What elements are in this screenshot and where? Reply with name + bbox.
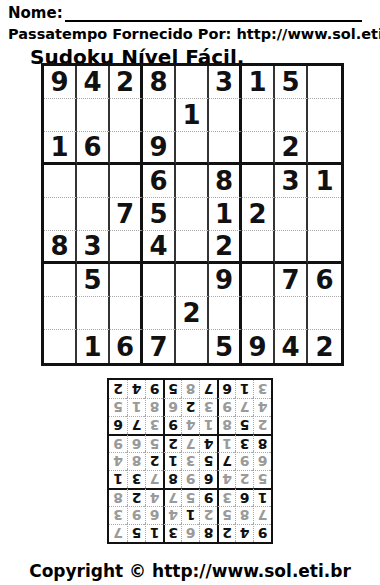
puzzle-cell-r2c1 — [44, 99, 77, 132]
puzzle-cell-r3c8: 2 — [275, 132, 308, 165]
solution-cell-r4c8: 3 — [127, 470, 145, 488]
solution-cell-r7c5: 4 — [181, 416, 199, 434]
solution-cell-r2c6: 4 — [163, 506, 181, 524]
solution-cell-r3c5: 5 — [181, 488, 199, 506]
solution-cell-r3c1: 1 — [253, 488, 271, 506]
puzzle-cell-r7c2: 5 — [77, 264, 110, 297]
puzzle-cell-r6c3 — [110, 231, 143, 264]
solution-cell-r7c6: 9 — [163, 416, 181, 434]
puzzle-cell-r8c3 — [110, 297, 143, 330]
solution-cell-r3c3: 3 — [217, 488, 235, 506]
puzzle-cell-r1c9 — [308, 66, 341, 99]
puzzle-cell-r4c7 — [242, 165, 275, 198]
puzzle-cell-r2c7 — [242, 99, 275, 132]
puzzle-cell-r2c9 — [308, 99, 341, 132]
puzzle-cell-r6c9 — [308, 231, 341, 264]
puzzle-cell-r7c5 — [176, 264, 209, 297]
solution-cell-r6c6: 2 — [163, 434, 181, 452]
solution-cell-r7c2: 5 — [235, 416, 253, 434]
puzzle-cell-r1c6: 3 — [209, 66, 242, 99]
solution-cell-r1c7: 1 — [145, 524, 163, 542]
solution-cell-r5c6: 1 — [163, 452, 181, 470]
solution-cell-r7c8: 7 — [127, 416, 145, 434]
puzzle-cell-r8c2 — [77, 297, 110, 330]
puzzle-cell-r8c8 — [275, 297, 308, 330]
puzzle-cell-r3c2: 6 — [77, 132, 110, 165]
solution-cell-r7c9: 6 — [109, 416, 127, 434]
solution-cell-r4c4: 6 — [199, 470, 217, 488]
sudoku-puzzle-grid: 942831511692683175128342597621675942 — [41, 63, 344, 366]
solution-cell-r5c5: 3 — [181, 452, 199, 470]
solution-cell-r7c4: 1 — [199, 416, 217, 434]
solution-cell-r3c6: 7 — [163, 488, 181, 506]
provided-by-text: Passatempo Fornecido Por: http://www.sol… — [8, 26, 380, 42]
solution-cell-r5c4: 5 — [199, 452, 217, 470]
puzzle-cell-r6c2: 3 — [77, 231, 110, 264]
puzzle-cell-r6c4: 4 — [143, 231, 176, 264]
solution-cell-r2c2: 8 — [235, 506, 253, 524]
solution-cell-r8c8: 1 — [127, 398, 145, 416]
puzzle-cell-r9c7: 9 — [242, 330, 275, 363]
puzzle-cell-r5c4: 5 — [143, 198, 176, 231]
puzzle-cell-r1c8: 5 — [275, 66, 308, 99]
puzzle-cell-r4c6: 8 — [209, 165, 242, 198]
puzzle-cell-r9c8: 4 — [275, 330, 308, 363]
puzzle-cell-r6c7 — [242, 231, 275, 264]
puzzle-cell-r6c6: 2 — [209, 231, 242, 264]
solution-cell-r1c1: 9 — [253, 524, 271, 542]
solution-cell-r9c8: 4 — [127, 380, 145, 398]
solution-cell-r9c4: 7 — [199, 380, 217, 398]
puzzle-cell-r9c4: 7 — [143, 330, 176, 363]
solution-cell-r9c6: 5 — [163, 380, 181, 398]
name-label: Nome: — [8, 4, 63, 22]
solution-cell-r2c7: 6 — [145, 506, 163, 524]
puzzle-cell-r6c5 — [176, 231, 209, 264]
puzzle-cell-r7c4 — [143, 264, 176, 297]
puzzle-cell-r4c1 — [44, 165, 77, 198]
solution-cell-r9c7: 9 — [145, 380, 163, 398]
solution-cell-r8c6: 6 — [163, 398, 181, 416]
copyright-text: Copyright © http://www.sol.eti.br — [0, 561, 380, 581]
puzzle-cell-r7c3 — [110, 264, 143, 297]
puzzle-cell-r4c9: 1 — [308, 165, 341, 198]
puzzle-cell-r1c2: 4 — [77, 66, 110, 99]
solution-cell-r3c9: 8 — [109, 488, 127, 506]
puzzle-cell-r1c1: 9 — [44, 66, 77, 99]
puzzle-cell-r2c6 — [209, 99, 242, 132]
puzzle-cell-r6c1: 8 — [44, 231, 77, 264]
puzzle-cell-r4c4: 6 — [143, 165, 176, 198]
puzzle-cell-r1c3: 2 — [110, 66, 143, 99]
puzzle-cell-r3c3 — [110, 132, 143, 165]
puzzle-cell-r8c4 — [143, 297, 176, 330]
solution-cell-r5c2: 9 — [235, 452, 253, 470]
puzzle-cell-r7c8: 7 — [275, 264, 308, 297]
puzzle-cell-r1c4: 8 — [143, 66, 176, 99]
puzzle-cell-r3c1: 1 — [44, 132, 77, 165]
puzzle-cell-r4c3 — [110, 165, 143, 198]
solution-cell-r8c7: 8 — [145, 398, 163, 416]
solution-cell-r1c8: 5 — [127, 524, 145, 542]
solution-cell-r4c2: 2 — [235, 470, 253, 488]
puzzle-cell-r8c6 — [209, 297, 242, 330]
solution-cell-r4c5: 9 — [181, 470, 199, 488]
puzzle-cell-r7c1 — [44, 264, 77, 297]
puzzle-cell-r3c5 — [176, 132, 209, 165]
puzzle-cell-r9c2: 1 — [77, 330, 110, 363]
puzzle-cell-r6c8 — [275, 231, 308, 264]
solution-cell-r9c3: 6 — [217, 380, 235, 398]
puzzle-cell-r1c5 — [176, 66, 209, 99]
puzzle-cell-r5c3: 7 — [110, 198, 143, 231]
solution-cell-r2c3: 5 — [217, 506, 235, 524]
solution-cell-r1c9: 7 — [109, 524, 127, 542]
solution-cell-r7c7: 3 — [145, 416, 163, 434]
solution-cell-r4c6: 8 — [163, 470, 181, 488]
puzzle-cell-r3c4: 9 — [143, 132, 176, 165]
solution-cell-r8c5: 2 — [181, 398, 199, 416]
solution-cell-r2c8: 9 — [127, 506, 145, 524]
puzzle-cell-r8c1 — [44, 297, 77, 330]
name-row: Nome: — [0, 0, 380, 22]
solution-cell-r8c9: 5 — [109, 398, 127, 416]
puzzle-cell-r4c8: 3 — [275, 165, 308, 198]
solution-cell-r5c8: 8 — [127, 452, 145, 470]
puzzle-cell-r8c7 — [242, 297, 275, 330]
puzzle-cell-r5c6: 1 — [209, 198, 242, 231]
solution-cell-r5c3: 7 — [217, 452, 235, 470]
puzzle-cell-r2c3 — [110, 99, 143, 132]
puzzle-cell-r8c9 — [308, 297, 341, 330]
solution-cell-r1c6: 3 — [163, 524, 181, 542]
solution-cell-r6c8: 6 — [127, 434, 145, 452]
solution-cell-r6c9: 9 — [109, 434, 127, 452]
puzzle-cell-r9c3: 6 — [110, 330, 143, 363]
puzzle-cell-r5c7: 2 — [242, 198, 275, 231]
solution-cell-r4c3: 4 — [217, 470, 235, 488]
puzzle-cell-r5c2 — [77, 198, 110, 231]
puzzle-cell-r5c9 — [308, 198, 341, 231]
solution-cell-r8c4: 3 — [199, 398, 217, 416]
sudoku-solution-grid-upside-down: 9428631577852146931639574285246987316975… — [107, 378, 273, 544]
puzzle-cell-r2c4 — [143, 99, 176, 132]
sudoku-worksheet-page: Nome: Passatempo Fornecido Por: http://w… — [0, 0, 380, 585]
puzzle-cell-r9c9: 2 — [308, 330, 341, 363]
puzzle-cell-r8c5: 2 — [176, 297, 209, 330]
solution-cell-r3c2: 6 — [235, 488, 253, 506]
solution-cell-r8c1: 4 — [253, 398, 271, 416]
puzzle-cell-r2c8 — [275, 99, 308, 132]
puzzle-cell-r5c1 — [44, 198, 77, 231]
solution-cell-r5c7: 2 — [145, 452, 163, 470]
solution-cell-r9c2: 1 — [235, 380, 253, 398]
solution-cell-r3c8: 2 — [127, 488, 145, 506]
solution-cell-r4c1: 5 — [253, 470, 271, 488]
name-blank-line — [65, 7, 362, 22]
solution-cell-r6c7: 5 — [145, 434, 163, 452]
solution-cell-r9c5: 8 — [181, 380, 199, 398]
puzzle-cell-r3c6 — [209, 132, 242, 165]
solution-cell-r9c1: 3 — [253, 380, 271, 398]
solution-cell-r4c7: 7 — [145, 470, 163, 488]
solution-cell-r6c2: 3 — [235, 434, 253, 452]
puzzle-cell-r9c6: 5 — [209, 330, 242, 363]
solution-cell-r2c1: 7 — [253, 506, 271, 524]
puzzle-cell-r7c7 — [242, 264, 275, 297]
puzzle-cell-r7c9: 6 — [308, 264, 341, 297]
puzzle-cell-r2c2 — [77, 99, 110, 132]
solution-cell-r4c9: 1 — [109, 470, 127, 488]
puzzle-cell-r9c1 — [44, 330, 77, 363]
solution-cell-r1c3: 2 — [217, 524, 235, 542]
puzzle-cell-r3c9 — [308, 132, 341, 165]
solution-cell-r2c4: 2 — [199, 506, 217, 524]
solution-cell-r3c4: 9 — [199, 488, 217, 506]
puzzle-cell-r2c5: 1 — [176, 99, 209, 132]
solution-cell-r8c2: 7 — [235, 398, 253, 416]
solution-cell-r7c3: 8 — [217, 416, 235, 434]
solution-cell-r3c7: 4 — [145, 488, 163, 506]
solution-cell-r1c4: 8 — [199, 524, 217, 542]
solution-cell-r8c3: 9 — [217, 398, 235, 416]
solution-cell-r7c1: 2 — [253, 416, 271, 434]
solution-cell-r9c9: 2 — [109, 380, 127, 398]
solution-cell-r6c4: 4 — [199, 434, 217, 452]
solution-cell-r5c1: 6 — [253, 452, 271, 470]
solution-cell-r2c9: 3 — [109, 506, 127, 524]
solution-cell-r2c5: 1 — [181, 506, 199, 524]
puzzle-cell-r5c8 — [275, 198, 308, 231]
puzzle-cell-r5c5 — [176, 198, 209, 231]
solution-cell-r1c2: 4 — [235, 524, 253, 542]
puzzle-cell-r3c7 — [242, 132, 275, 165]
solution-cell-r6c3: 1 — [217, 434, 235, 452]
puzzle-cell-r4c2 — [77, 165, 110, 198]
solution-cell-r6c5: 7 — [181, 434, 199, 452]
solution-cell-r1c5: 6 — [181, 524, 199, 542]
solution-cell-r6c1: 8 — [253, 434, 271, 452]
puzzle-cell-r4c5 — [176, 165, 209, 198]
puzzle-cell-r7c6: 9 — [209, 264, 242, 297]
solution-cell-r5c9: 4 — [109, 452, 127, 470]
puzzle-cell-r1c7: 1 — [242, 66, 275, 99]
puzzle-cell-r9c5 — [176, 330, 209, 363]
